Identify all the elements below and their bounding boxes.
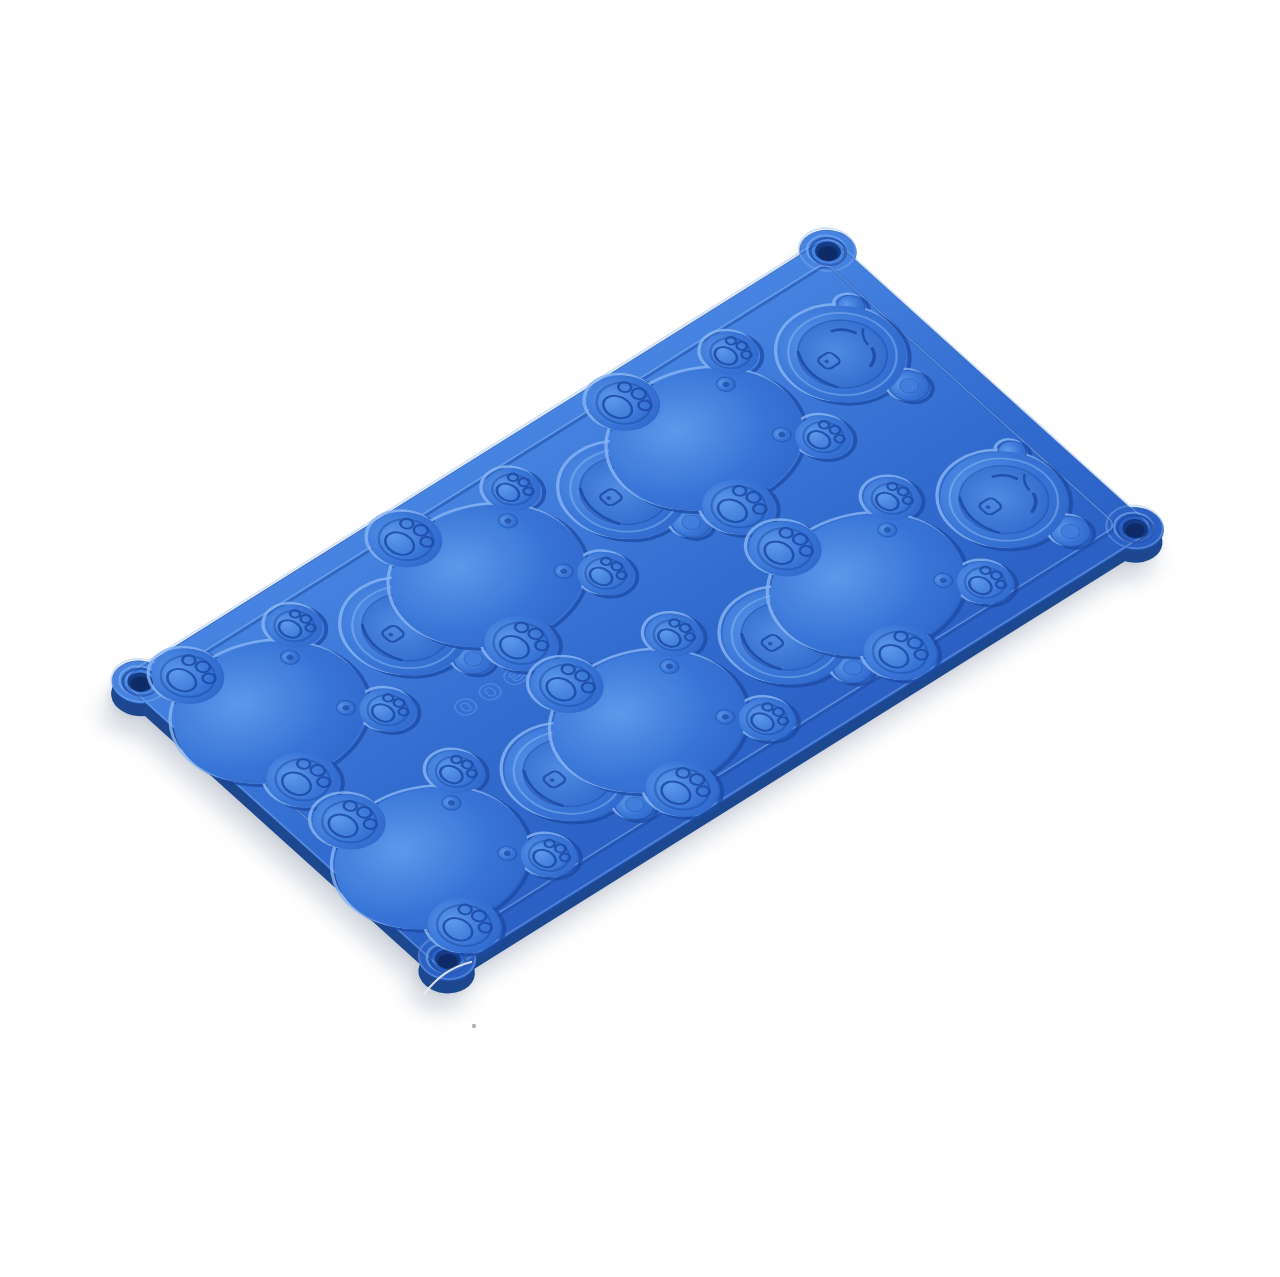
product-photo: ooee (0, 0, 1280, 1277)
mold-scene: ooee (0, 0, 1280, 1277)
dust-speck (472, 1024, 476, 1028)
silicone-mold: ooee (90, 219, 1184, 1002)
